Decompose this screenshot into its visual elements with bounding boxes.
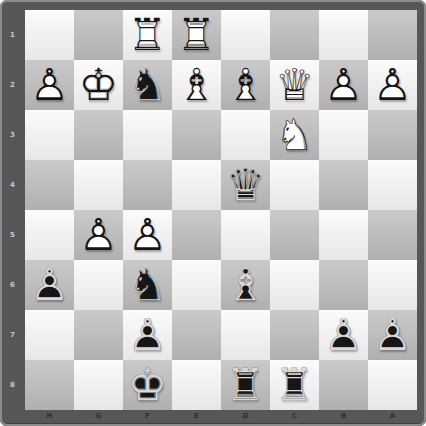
square-c4[interactable]	[270, 160, 319, 210]
rank-labels: 12345678	[0, 10, 25, 410]
piece-glyph-fill: ♝	[221, 260, 270, 310]
file-label-h: H	[25, 410, 74, 426]
piece-glyph-outline: ♙	[123, 310, 172, 360]
white-pawn-f5[interactable]: ♟♙	[123, 210, 172, 260]
piece-glyph-fill: ♟	[368, 310, 417, 360]
square-h6[interactable]: ♟♙	[25, 260, 74, 310]
black-rook-c8[interactable]: ♜♖	[270, 360, 319, 410]
white-rook-e1[interactable]: ♜♖	[172, 10, 221, 60]
rank-label-5: 5	[0, 210, 25, 260]
piece-glyph-fill: ♟	[25, 260, 74, 310]
square-d3[interactable]	[221, 110, 270, 160]
black-queen-d4[interactable]: ♛♕	[221, 160, 270, 210]
white-bishop-e2[interactable]: ♝♗	[172, 60, 221, 110]
square-h7[interactable]	[25, 310, 74, 360]
square-f4[interactable]	[123, 160, 172, 210]
square-e6[interactable]	[172, 260, 221, 310]
square-d6[interactable]: ♝♗	[221, 260, 270, 310]
file-label-g: G	[74, 410, 123, 426]
rank-label-2: 2	[0, 60, 25, 110]
rank-label-3: 3	[0, 110, 25, 160]
square-a2[interactable]: ♟♙	[368, 60, 417, 110]
square-e4[interactable]	[172, 160, 221, 210]
square-d2[interactable]: ♝♗	[221, 60, 270, 110]
rank-label-1: 1	[0, 10, 25, 60]
piece-glyph-fill: ♜	[221, 360, 270, 410]
piece-glyph-outline: ♙	[25, 260, 74, 310]
square-b7[interactable]: ♟♙	[319, 310, 368, 360]
piece-glyph-fill: ♛	[270, 60, 319, 110]
piece-glyph-outline: ♕	[221, 160, 270, 210]
square-f1[interactable]: ♜♖	[123, 10, 172, 60]
piece-glyph-fill: ♟	[25, 60, 74, 110]
white-bishop-d2[interactable]: ♝♗	[221, 60, 270, 110]
square-e7[interactable]	[172, 310, 221, 360]
black-bishop-d6[interactable]: ♝♗	[221, 260, 270, 310]
black-pawn-h6[interactable]: ♟♙	[25, 260, 74, 310]
piece-glyph-fill: ♝	[221, 60, 270, 110]
square-c3[interactable]: ♞♘	[270, 110, 319, 160]
piece-glyph-outline: ♖	[123, 10, 172, 60]
piece-glyph-outline: ♙	[319, 310, 368, 360]
piece-glyph-fill: ♟	[74, 210, 123, 260]
white-queen-c2[interactable]: ♛♕	[270, 60, 319, 110]
piece-glyph-outline: ♙	[123, 210, 172, 260]
square-a3[interactable]	[368, 110, 417, 160]
piece-glyph-outline: ♘	[123, 60, 172, 110]
square-g4[interactable]	[74, 160, 123, 210]
rank-label-7: 7	[0, 310, 25, 360]
square-a8[interactable]	[368, 360, 417, 410]
square-f5[interactable]: ♟♙	[123, 210, 172, 260]
square-f3[interactable]	[123, 110, 172, 160]
piece-glyph-fill: ♜	[123, 10, 172, 60]
white-rook-f1[interactable]: ♜♖	[123, 10, 172, 60]
square-e3[interactable]	[172, 110, 221, 160]
white-pawn-h2[interactable]: ♟♙	[25, 60, 74, 110]
white-pawn-b2[interactable]: ♟♙	[319, 60, 368, 110]
file-label-e: E	[172, 410, 221, 426]
file-label-c: C	[270, 410, 319, 426]
square-c5[interactable]	[270, 210, 319, 260]
square-b1[interactable]	[319, 10, 368, 60]
black-knight-f2[interactable]: ♞♘	[123, 60, 172, 110]
piece-glyph-outline: ♙	[74, 210, 123, 260]
piece-glyph-fill: ♚	[123, 360, 172, 410]
square-a4[interactable]	[368, 160, 417, 210]
square-a1[interactable]	[368, 10, 417, 60]
black-knight-f6[interactable]: ♞♘	[123, 260, 172, 310]
square-f7[interactable]: ♟♙	[123, 310, 172, 360]
square-d5[interactable]	[221, 210, 270, 260]
square-g6[interactable]	[74, 260, 123, 310]
piece-glyph-fill: ♛	[221, 160, 270, 210]
piece-glyph-outline: ♙	[319, 60, 368, 110]
square-f8[interactable]: ♚♔	[123, 360, 172, 410]
square-e1[interactable]: ♜♖	[172, 10, 221, 60]
piece-glyph-outline: ♘	[270, 110, 319, 160]
piece-glyph-outline: ♖	[221, 360, 270, 410]
square-a7[interactable]: ♟♙	[368, 310, 417, 360]
square-h4[interactable]	[25, 160, 74, 210]
piece-glyph-fill: ♝	[172, 60, 221, 110]
white-pawn-g5[interactable]: ♟♙	[74, 210, 123, 260]
piece-glyph-outline: ♗	[221, 60, 270, 110]
white-pawn-a2[interactable]: ♟♙	[368, 60, 417, 110]
chess-board: ♜♖♜♖♟♙♚♔♞♘♝♗♝♗♛♕♟♙♟♙♞♘♛♕♟♙♟♙♟♙♞♘♝♗♟♙♟♙♟♙…	[25, 10, 417, 410]
rank-label-6: 6	[0, 260, 25, 310]
piece-glyph-outline: ♗	[172, 60, 221, 110]
square-e5[interactable]	[172, 210, 221, 260]
square-b2[interactable]: ♟♙	[319, 60, 368, 110]
file-label-d: D	[221, 410, 270, 426]
square-c1[interactable]	[270, 10, 319, 60]
square-g1[interactable]	[74, 10, 123, 60]
square-c2[interactable]: ♛♕	[270, 60, 319, 110]
black-pawn-a7[interactable]: ♟♙	[368, 310, 417, 360]
square-h3[interactable]	[25, 110, 74, 160]
square-g2[interactable]: ♚♔	[74, 60, 123, 110]
square-f2[interactable]: ♞♘	[123, 60, 172, 110]
rank-label-4: 4	[0, 160, 25, 210]
black-pawn-f7[interactable]: ♟♙	[123, 310, 172, 360]
piece-glyph-fill: ♟	[319, 310, 368, 360]
square-a6[interactable]	[368, 260, 417, 310]
square-f6[interactable]: ♞♘	[123, 260, 172, 310]
white-king-g2[interactable]: ♚♔	[74, 60, 123, 110]
piece-glyph-fill: ♚	[74, 60, 123, 110]
piece-glyph-fill: ♟	[368, 60, 417, 110]
square-g5[interactable]: ♟♙	[74, 210, 123, 260]
piece-glyph-outline: ♖	[172, 10, 221, 60]
piece-glyph-fill: ♞	[123, 260, 172, 310]
square-e2[interactable]: ♝♗	[172, 60, 221, 110]
file-labels: HGFEDCBA	[25, 410, 417, 426]
square-b6[interactable]	[319, 260, 368, 310]
piece-glyph-outline: ♙	[368, 310, 417, 360]
piece-glyph-fill: ♟	[319, 60, 368, 110]
square-h5[interactable]	[25, 210, 74, 260]
square-g7[interactable]	[74, 310, 123, 360]
square-b4[interactable]	[319, 160, 368, 210]
square-a5[interactable]	[368, 210, 417, 260]
file-label-f: F	[123, 410, 172, 426]
square-c8[interactable]: ♜♖	[270, 360, 319, 410]
white-knight-c3[interactable]: ♞♘	[270, 110, 319, 160]
chess-board-frame: 12345678 ♜♖♜♖♟♙♚♔♞♘♝♗♝♗♛♕♟♙♟♙♞♘♛♕♟♙♟♙♟♙♞…	[0, 0, 426, 426]
piece-glyph-outline: ♙	[368, 60, 417, 110]
rank-label-8: 8	[0, 360, 25, 410]
square-d7[interactable]	[221, 310, 270, 360]
piece-glyph-outline: ♗	[221, 260, 270, 310]
black-rook-d8[interactable]: ♜♖	[221, 360, 270, 410]
square-c7[interactable]	[270, 310, 319, 360]
piece-glyph-fill: ♞	[123, 60, 172, 110]
file-label-b: B	[319, 410, 368, 426]
file-label-a: A	[368, 410, 417, 426]
piece-glyph-outline: ♘	[123, 260, 172, 310]
piece-glyph-fill: ♜	[270, 360, 319, 410]
piece-glyph-fill: ♟	[123, 210, 172, 260]
piece-glyph-outline: ♔	[123, 360, 172, 410]
square-g3[interactable]	[74, 110, 123, 160]
piece-glyph-fill: ♜	[172, 10, 221, 60]
square-e8[interactable]	[172, 360, 221, 410]
piece-glyph-fill: ♟	[123, 310, 172, 360]
square-g8[interactable]	[74, 360, 123, 410]
piece-glyph-outline: ♔	[74, 60, 123, 110]
piece-glyph-outline: ♕	[270, 60, 319, 110]
square-c6[interactable]	[270, 260, 319, 310]
piece-glyph-outline: ♙	[25, 60, 74, 110]
black-pawn-b7[interactable]: ♟♙	[319, 310, 368, 360]
square-b5[interactable]	[319, 210, 368, 260]
square-b3[interactable]	[319, 110, 368, 160]
black-king-f8[interactable]: ♚♔	[123, 360, 172, 410]
piece-glyph-outline: ♖	[270, 360, 319, 410]
square-d1[interactable]	[221, 10, 270, 60]
piece-glyph-fill: ♞	[270, 110, 319, 160]
square-h1[interactable]	[25, 10, 74, 60]
square-d4[interactable]: ♛♕	[221, 160, 270, 210]
square-h2[interactable]: ♟♙	[25, 60, 74, 110]
square-h8[interactable]	[25, 360, 74, 410]
square-d8[interactable]: ♜♖	[221, 360, 270, 410]
square-b8[interactable]	[319, 360, 368, 410]
